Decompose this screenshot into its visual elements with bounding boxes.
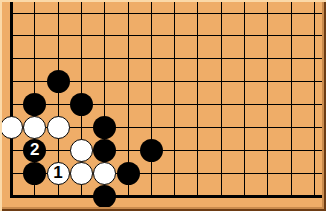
grid-hline [10, 13, 326, 14]
grid-hline [10, 35, 326, 36]
go-board-diagram: 21 [0, 0, 326, 211]
black-stone [47, 70, 70, 93]
black-stone [93, 116, 116, 139]
move-2-black-stone: 2 [23, 139, 46, 162]
move-1-white-stone: 1 [47, 162, 70, 185]
white-stone [70, 139, 93, 162]
move-number-label: 2 [30, 141, 39, 158]
grid-vline [267, 0, 268, 198]
black-stone [117, 162, 140, 185]
grid-vline [221, 0, 222, 198]
move-number-label: 1 [53, 164, 62, 181]
grid-vline [291, 0, 292, 198]
white-stone [0, 116, 23, 139]
white-stone [47, 116, 70, 139]
grid-vline [174, 0, 175, 198]
black-stone [140, 139, 163, 162]
black-stone [70, 93, 93, 116]
white-stone [70, 162, 93, 185]
board-edge-line-bottom [10, 195, 326, 198]
white-stone [93, 162, 116, 185]
black-stone [23, 162, 46, 185]
grid-hline [10, 58, 326, 59]
board-edge-line-left [10, 0, 13, 198]
black-stone [93, 139, 116, 162]
white-stone [23, 116, 46, 139]
grid-vline [151, 0, 152, 198]
grid-hline [10, 150, 326, 151]
grid-vline [314, 0, 315, 198]
grid-vline [197, 0, 198, 198]
black-stone [23, 93, 46, 116]
grid-hline [10, 104, 326, 105]
grid-vline [244, 0, 245, 198]
black-stone [93, 185, 116, 208]
